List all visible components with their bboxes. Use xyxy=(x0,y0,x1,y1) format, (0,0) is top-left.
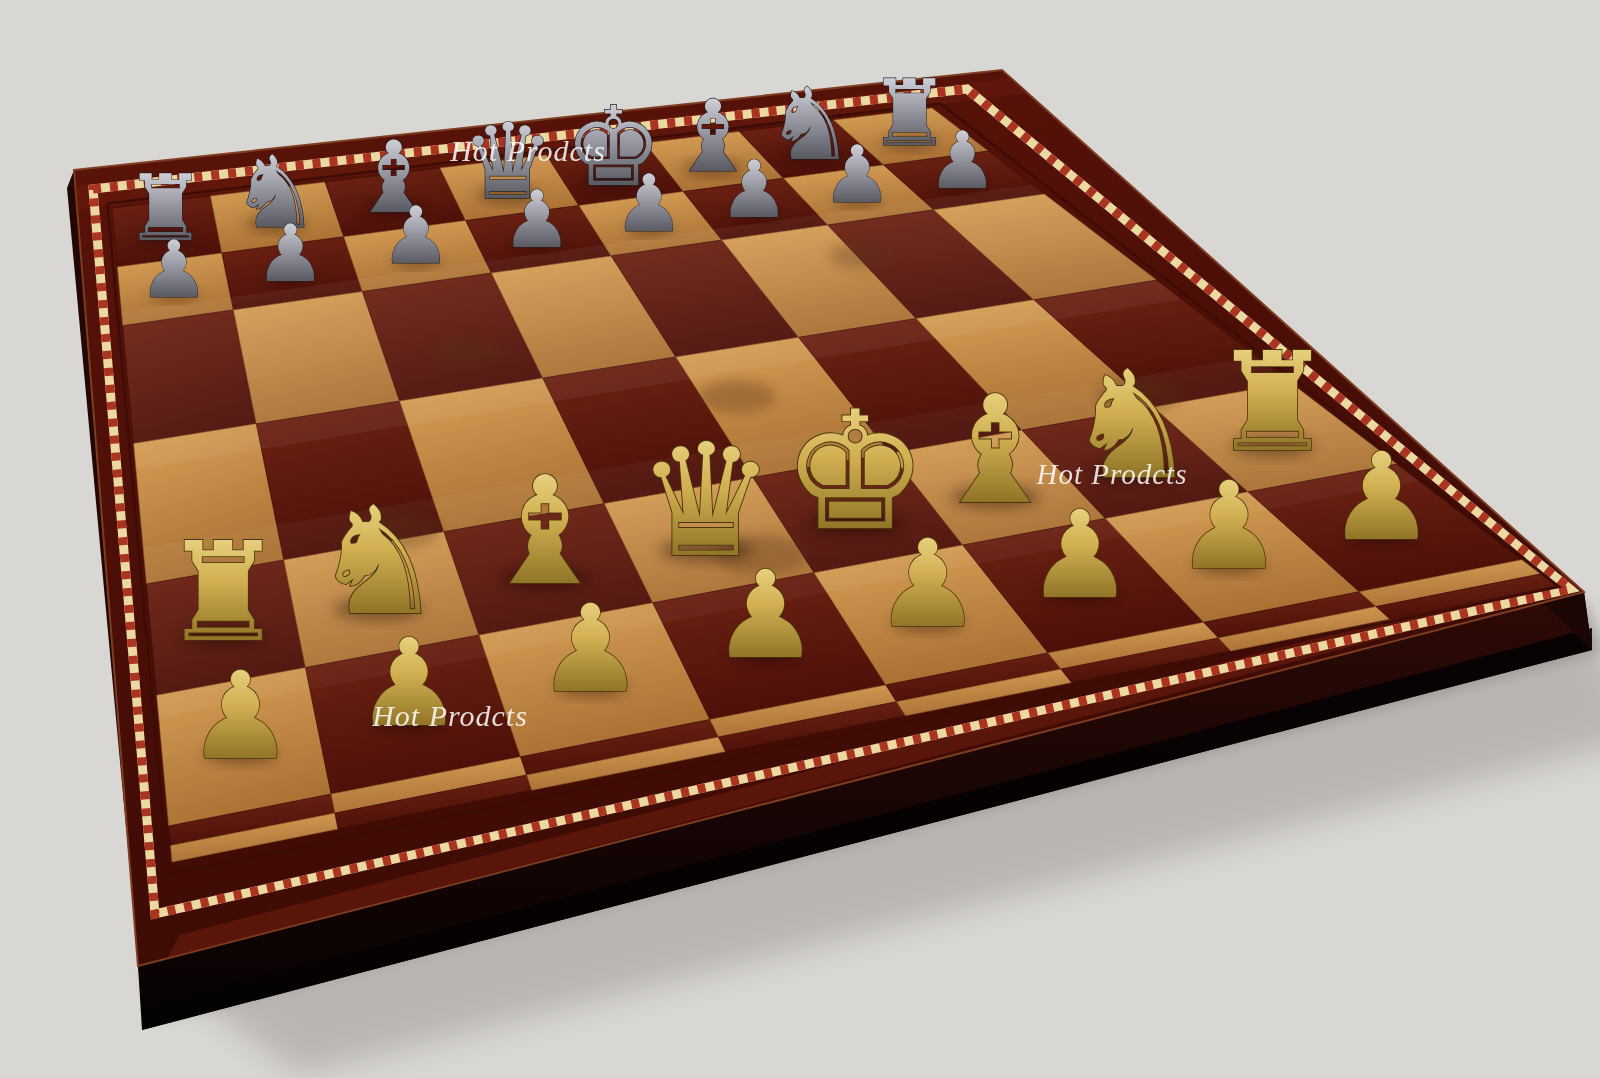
piece-gold-pawn-e3: ♟ xyxy=(873,514,982,655)
piece-gold-pawn-f3: ♟ xyxy=(1026,485,1135,626)
piece-silver-pawn-b7: ♟ xyxy=(255,208,326,300)
piece-gold-pawn-d3: ♟ xyxy=(711,545,820,686)
piece-silver-pawn-c7: ♟ xyxy=(380,190,451,282)
piece-silver-pawn-a7: ♟ xyxy=(138,224,209,316)
piece-gold-pawn-b3: ♟ xyxy=(355,613,464,754)
piece-silver-pawn-f7: ♟ xyxy=(719,144,790,236)
watermark-1: Hot Prodcts xyxy=(1036,458,1188,490)
piece-silver-pawn-g7: ♟ xyxy=(822,129,893,221)
burl-knot-1 xyxy=(697,380,775,412)
product-photo-stage: ♜♞♝♛♚♝♞♜♟♟♟♟♟♟♟♟♜♞♝♛♚♝♞♜♟♟♟♟♟♟♟♟Hot Prod… xyxy=(0,0,1600,1078)
piece-gold-pawn-a3: ♟ xyxy=(186,646,295,787)
chessboard-photo: ♜♞♝♛♚♝♞♜♟♟♟♟♟♟♟♟♜♞♝♛♚♝♞♜♟♟♟♟♟♟♟♟Hot Prod… xyxy=(0,0,1600,1078)
piece-gold-pawn-h3: ♟ xyxy=(1327,427,1436,568)
watermark-2: Hot Prodcts xyxy=(371,699,528,732)
piece-silver-pawn-e7: ♟ xyxy=(613,158,684,250)
watermark-0: Hot Prodcts xyxy=(449,134,606,167)
piece-gold-pawn-g3: ♟ xyxy=(1175,456,1284,597)
piece-gold-pawn-c3: ♟ xyxy=(536,579,645,720)
piece-silver-pawn-h7: ♟ xyxy=(927,115,998,207)
piece-silver-pawn-d7: ♟ xyxy=(501,174,572,266)
